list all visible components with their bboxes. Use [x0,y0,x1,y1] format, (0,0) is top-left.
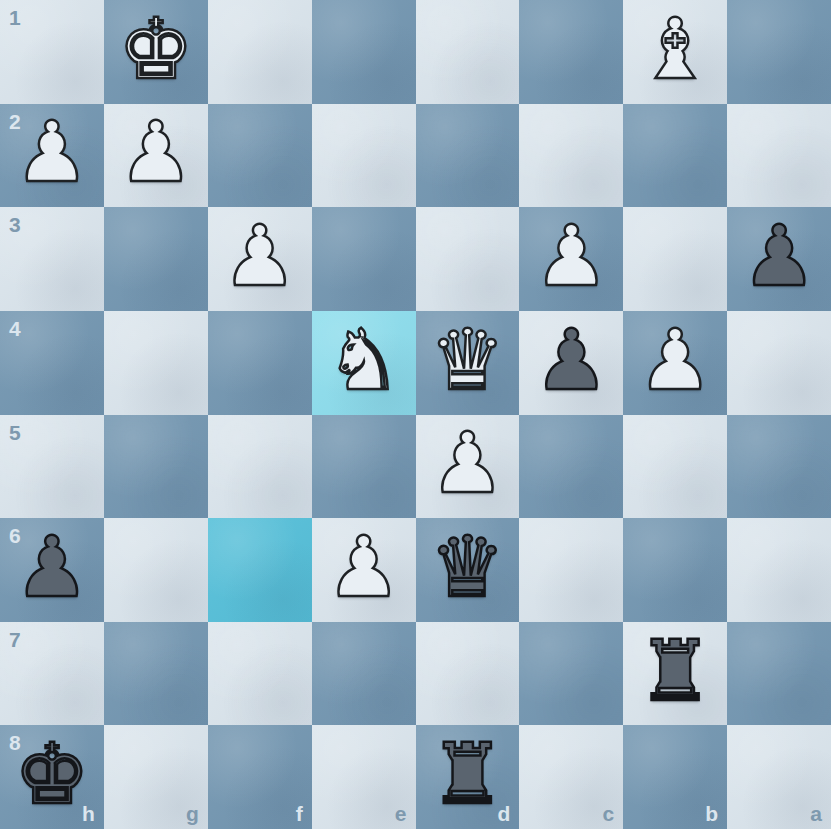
rank-label-1: 1 [9,7,21,28]
white-pawn-d5[interactable]: ♟ [430,421,505,505]
square-c2[interactable] [519,104,623,208]
square-g4[interactable] [104,311,208,415]
square-g8[interactable]: g [104,725,208,829]
white-pawn-h2[interactable]: ♟ [14,110,89,194]
square-g3[interactable] [104,207,208,311]
white-king-g1[interactable]: ♚ [118,7,193,91]
square-b7[interactable]: ♜ [623,622,727,726]
file-label-b: b [705,803,718,824]
square-d7[interactable] [416,622,520,726]
square-b8[interactable]: b [623,725,727,829]
square-g5[interactable] [104,415,208,519]
square-e4[interactable]: ♞ [312,311,416,415]
black-pawn-a3[interactable]: ♟ [741,214,816,298]
square-d1[interactable] [416,0,520,104]
white-pawn-f3[interactable]: ♟ [222,214,297,298]
square-h7[interactable]: 7 [0,622,104,726]
black-pawn-c4[interactable]: ♟ [534,318,609,402]
rank-label-6: 6 [9,525,21,546]
square-b4[interactable]: ♟ [623,311,727,415]
square-c4[interactable]: ♟ [519,311,623,415]
white-pawn-b4[interactable]: ♟ [638,318,713,402]
rank-label-5: 5 [9,422,21,443]
square-h8[interactable]: 8h♚ [0,725,104,829]
square-a6[interactable] [727,518,831,622]
file-label-h: h [82,803,95,824]
black-king-h8[interactable]: ♚ [14,732,89,816]
square-c1[interactable] [519,0,623,104]
square-h1[interactable]: 1 [0,0,104,104]
file-label-d: d [498,803,511,824]
square-b1[interactable]: ♝ [623,0,727,104]
square-f6[interactable] [208,518,312,622]
square-c8[interactable]: c [519,725,623,829]
square-e6[interactable]: ♟ [312,518,416,622]
square-f7[interactable] [208,622,312,726]
white-pawn-c3[interactable]: ♟ [534,214,609,298]
square-f4[interactable] [208,311,312,415]
square-g7[interactable] [104,622,208,726]
square-c5[interactable] [519,415,623,519]
square-d5[interactable]: ♟ [416,415,520,519]
square-d3[interactable] [416,207,520,311]
square-h3[interactable]: 3 [0,207,104,311]
black-rook-b7[interactable]: ♜ [638,629,713,713]
square-a3[interactable]: ♟ [727,207,831,311]
square-e5[interactable] [312,415,416,519]
square-h4[interactable]: 4 [0,311,104,415]
square-b5[interactable] [623,415,727,519]
square-a1[interactable] [727,0,831,104]
square-e7[interactable] [312,622,416,726]
rank-label-4: 4 [9,318,21,339]
rank-label-8: 8 [9,732,21,753]
white-pawn-e6[interactable]: ♟ [326,525,401,609]
square-f3[interactable]: ♟ [208,207,312,311]
square-f1[interactable] [208,0,312,104]
file-label-e: e [395,803,407,824]
square-a7[interactable] [727,622,831,726]
white-knight-e4[interactable]: ♞ [326,318,401,402]
square-c6[interactable] [519,518,623,622]
square-d6[interactable]: ♛ [416,518,520,622]
square-g2[interactable]: ♟ [104,104,208,208]
square-d8[interactable]: d♜ [416,725,520,829]
rank-label-2: 2 [9,111,21,132]
square-f8[interactable]: f [208,725,312,829]
square-h5[interactable]: 5 [0,415,104,519]
chess-board: 1♚♝2♟♟3♟♟♟4♞♛♟♟5♟6♟♟♛7♜8h♚gfed♜cba [0,0,831,829]
square-b3[interactable] [623,207,727,311]
white-pawn-g2[interactable]: ♟ [118,110,193,194]
chess-board-container: 1♚♝2♟♟3♟♟♟4♞♛♟♟5♟6♟♟♛7♜8h♚gfed♜cba [0,0,831,829]
square-b6[interactable] [623,518,727,622]
square-a5[interactable] [727,415,831,519]
square-d4[interactable]: ♛ [416,311,520,415]
square-f2[interactable] [208,104,312,208]
square-e8[interactable]: e [312,725,416,829]
square-c3[interactable]: ♟ [519,207,623,311]
square-d2[interactable] [416,104,520,208]
square-a8[interactable]: a [727,725,831,829]
square-h2[interactable]: 2♟ [0,104,104,208]
rank-label-7: 7 [9,629,21,650]
file-label-g: g [186,803,199,824]
square-e3[interactable] [312,207,416,311]
black-queen-d6[interactable]: ♛ [430,525,505,609]
square-e2[interactable] [312,104,416,208]
square-b2[interactable] [623,104,727,208]
file-label-c: c [603,803,615,824]
square-h6[interactable]: 6♟ [0,518,104,622]
black-rook-d8[interactable]: ♜ [430,732,505,816]
square-e1[interactable] [312,0,416,104]
white-queen-d4[interactable]: ♛ [430,318,505,402]
square-a4[interactable] [727,311,831,415]
file-label-f: f [296,803,303,824]
square-f5[interactable] [208,415,312,519]
square-a2[interactable] [727,104,831,208]
black-pawn-h6[interactable]: ♟ [14,525,89,609]
square-c7[interactable] [519,622,623,726]
file-label-a: a [810,803,822,824]
square-g6[interactable] [104,518,208,622]
white-bishop-b1[interactable]: ♝ [638,7,713,91]
rank-label-3: 3 [9,214,21,235]
square-g1[interactable]: ♚ [104,0,208,104]
